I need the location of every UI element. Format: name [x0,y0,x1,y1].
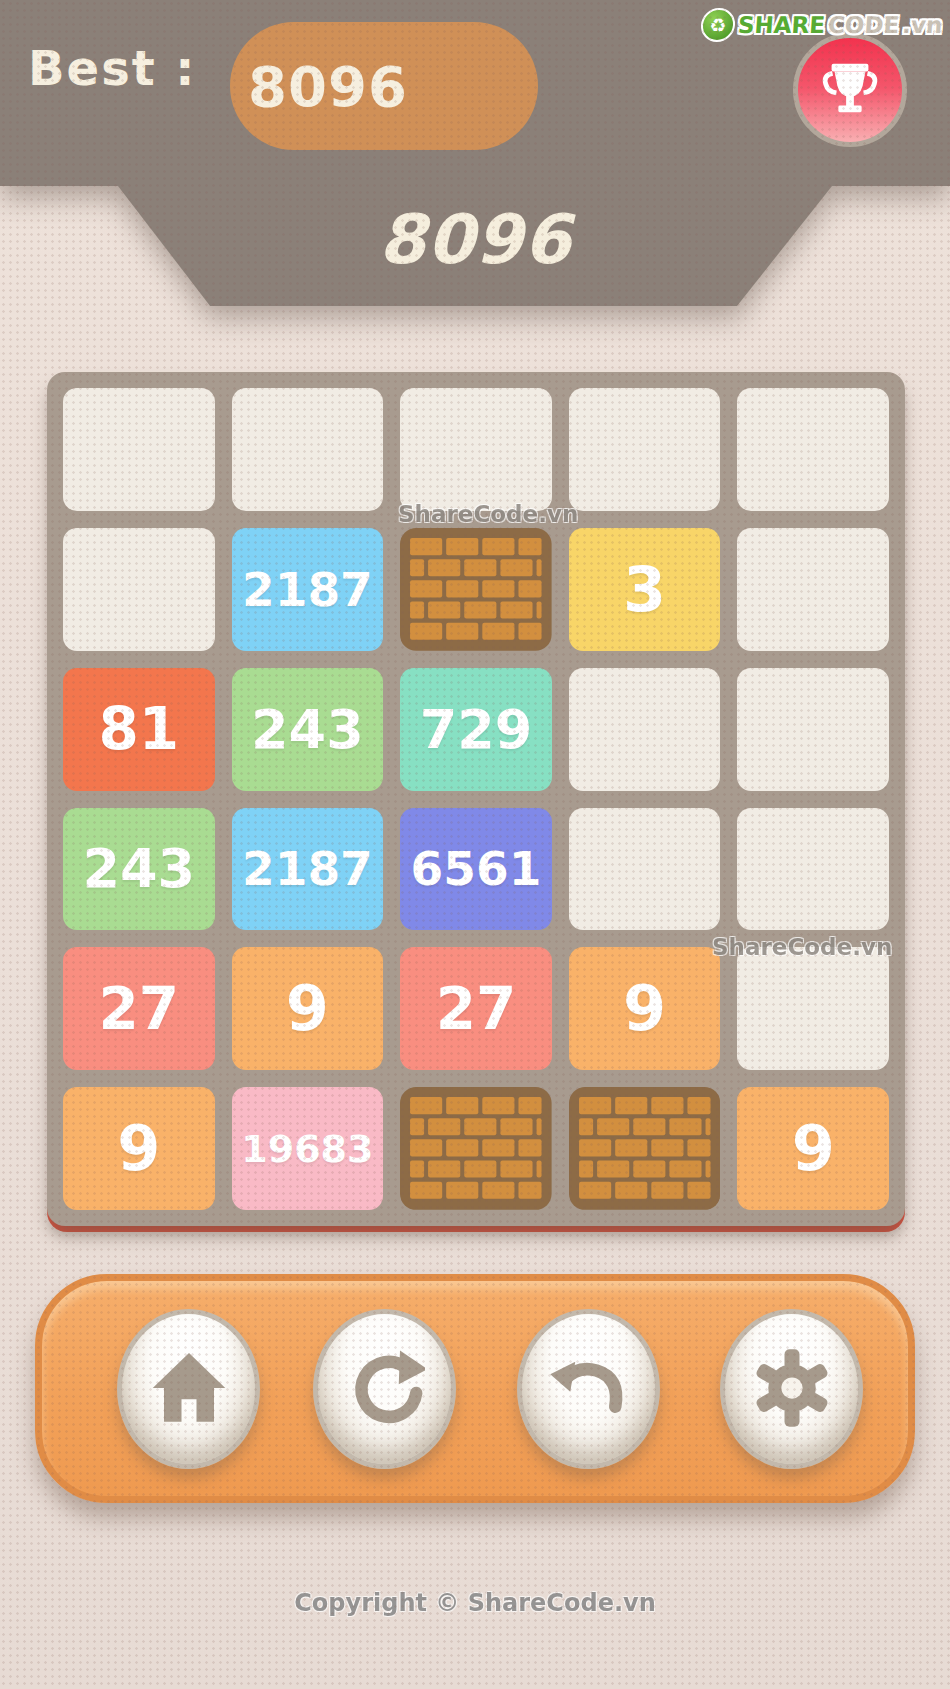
tile-r6c3-brick [400,1087,552,1210]
tile-r6c5-9: 9 [737,1087,889,1210]
tile-r2c5-empty [737,528,889,651]
tile-r4c5-empty [737,808,889,931]
gear-icon [752,1348,832,1431]
logo-share-text: SHARE [737,12,826,38]
trophy-icon [819,57,881,123]
tile-r2c1-empty [63,528,215,651]
tile-r4c4-empty [569,808,721,931]
tile-r5c2-9: 9 [232,947,384,1070]
current-score: 8096 [118,200,832,279]
tile-r1c4-empty [569,388,721,511]
tile-r1c2-empty [232,388,384,511]
game-screen: 8096 Best : 8096 ♻ SHARECODE.vn 21873812… [0,0,950,1689]
tile-r1c1-empty [63,388,215,511]
tile-r4c2-2187: 2187 [232,808,384,931]
tile-r3c4-empty [569,668,721,791]
tile-r1c3-empty [400,388,552,511]
trophy-button[interactable] [793,33,907,147]
tile-r5c1-27: 27 [63,947,215,1070]
bottom-nav-bar [35,1274,915,1503]
best-score-pill: 8096 [230,22,538,150]
tile-r5c3-27: 27 [400,947,552,1070]
tile-r3c5-empty [737,668,889,791]
tile-r3c3-729: 729 [400,668,552,791]
tile-r6c1-9: 9 [63,1087,215,1210]
home-icon [149,1348,229,1431]
logo-code-text: CODE [827,12,900,38]
watermark-board-top: ShareCode.vn [398,501,578,527]
undo-icon [549,1348,629,1431]
restart-button[interactable] [313,1309,456,1469]
restart-icon [345,1348,425,1431]
watermark-board-right: ShareCode.vn [712,934,892,960]
tile-r5c4-9: 9 [569,947,721,1070]
tile-r2c3-brick [400,528,552,651]
tile-r6c2-19683: 19683 [232,1087,384,1210]
sharecode-logo: ♻ SHARECODE.vn [699,8,943,42]
recycle-icon: ♻ [699,8,735,42]
tile-r3c2-243: 243 [232,668,384,791]
home-button[interactable] [117,1309,260,1469]
best-score-value: 8096 [230,54,408,119]
tile-r3c1-81: 81 [63,668,215,791]
tile-r6c4-brick [569,1087,721,1210]
tile-r2c2-2187: 2187 [232,528,384,651]
tile-r1c5-empty [737,388,889,511]
copyright-text: Copyright © ShareCode.vn [0,1589,950,1617]
logo-vn-text: .vn [901,12,943,38]
settings-button[interactable] [720,1309,863,1469]
tile-r4c1-243: 243 [63,808,215,931]
best-label: Best : [28,40,197,96]
undo-button[interactable] [517,1309,660,1469]
tile-r4c3-6561: 6561 [400,808,552,931]
tile-r2c4-3: 3 [569,528,721,651]
tile-r5c5-empty [737,947,889,1070]
score-panel: 8096 [118,186,832,306]
